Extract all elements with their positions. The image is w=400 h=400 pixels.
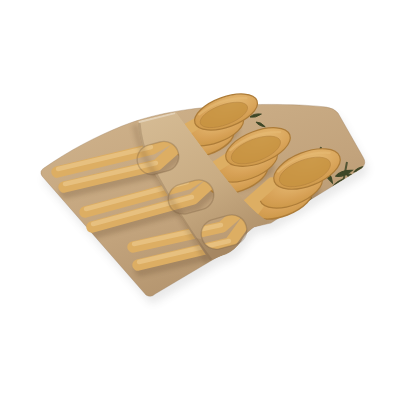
product-photo: Product photo: set of six bamboo spoons … [0,0,400,400]
